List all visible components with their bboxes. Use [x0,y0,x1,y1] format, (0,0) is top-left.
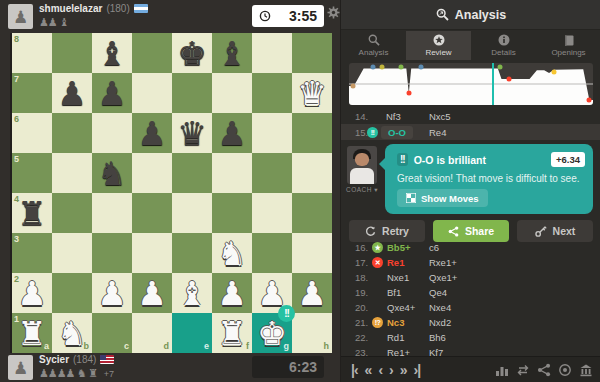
tab-openings[interactable]: Openings [536,31,600,60]
board-square-g1[interactable]: g♚!! [252,313,292,353]
panel-title: Analysis [455,8,506,22]
opponent-clock: 3:55 [252,5,324,27]
rank-label: 2 [14,275,19,284]
graph-dot-great[interactable] [371,65,376,70]
first-move-button[interactable]: |‹ [351,363,358,377]
move-number: 19. [355,287,368,298]
player-clock: 6:23 [252,356,324,378]
player-captured-pieces: ♟♟♟♟ ♞ ♜ [39,367,97,380]
board-square-b4[interactable] [52,193,92,233]
move-row: 22.Rd1Bh6 [341,330,600,345]
black-move[interactable]: c6 [429,242,439,253]
board-square-e4[interactable] [172,193,212,233]
file-label: d [164,342,170,351]
board-square-g4[interactable] [252,193,292,233]
black-bishop: ♝ [212,33,252,73]
board-square-e8[interactable]: ♚ [172,33,212,73]
black-pawn: ♟ [132,113,172,153]
file-label: b [84,342,90,351]
board-square-e7[interactable] [172,73,212,113]
coach-avatar[interactable] [347,146,377,184]
stats-icon[interactable] [495,363,509,377]
coach-title: O-O is brilliant [414,154,486,166]
next-button[interactable]: Next [517,220,593,242]
move-number: 23. [355,347,368,356]
white-bishop: ♝ [172,273,212,313]
move-number: 22. [355,332,368,343]
opponent-avatar[interactable]: ♟ [8,4,33,29]
rank-label: 6 [14,115,19,124]
file-label: f [246,342,249,351]
board-square-d5[interactable] [132,153,172,193]
white-move[interactable]: Nxe1 [387,272,409,283]
white-knight: ♞ [212,233,252,273]
graph-dot-inaccuracy[interactable] [551,70,556,75]
move-row: 16.★Bb5+c6 [341,240,600,255]
graph-dot-blunder[interactable] [406,91,411,96]
black-knight: ♞ [92,153,132,193]
board-square-c2[interactable]: ♟ [92,273,132,313]
rank-label: 1 [14,315,19,324]
chess-analysis-app: ♟ shmuelelazar (180) ♟♟ ♝ 3:55 8♝♚♝7♟♟♛6… [0,0,600,382]
graph-dot-blunder[interactable] [506,76,511,81]
white-move[interactable]: Nc3 [387,317,404,328]
chess-board[interactable]: 8♝♚♝7♟♟♛6♟♛♟5♞4♜3♞2♟♟♟♝♟♟♟1a♜b♞cdef♜g♚!!… [10,33,330,353]
board-square-a3[interactable]: 3 [12,233,52,273]
board-square-d3[interactable] [132,233,172,273]
tab-analysis[interactable]: Analysis [341,31,406,60]
board-square-a1[interactable]: 1a♜ [12,313,52,353]
move-number: 18. [355,272,368,283]
move-row: 14.Nf3Nxc5 [341,108,600,124]
board-square-a2[interactable]: 2♟ [12,273,52,313]
black-pawn: ♟ [52,73,92,113]
board-square-h7[interactable]: ♛ [292,73,332,113]
board-square-f6[interactable]: ♟ [212,113,252,153]
star-circle-icon [433,34,445,46]
black-move[interactable]: Re4 [429,127,446,138]
board-square-h5[interactable] [292,153,332,193]
action-buttons: Retry Share Next [349,220,593,242]
black-bishop: ♝ [92,33,132,73]
board-square-d4[interactable] [132,193,172,233]
move-row: 23.Re1+Kf7 [341,345,600,356]
board-square-a5[interactable]: 5 [12,153,52,193]
move-row: 18.Nxe1Qxe1+ [341,270,600,285]
board-square-d6[interactable]: ♟ [132,113,172,153]
board-square-g8[interactable] [252,33,292,73]
board-square-h8[interactable] [292,33,332,73]
board-square-g7[interactable] [252,73,292,113]
board-square-c4[interactable] [92,193,132,233]
utility-icons [495,363,593,377]
board-square-g3[interactable] [252,233,292,273]
board-square-h2[interactable]: ♟ [292,273,332,313]
graph-dot-great[interactable] [418,65,423,70]
usa-flag-icon [100,355,114,364]
playback-bar: |‹«‹›»›| [341,356,600,382]
board-square-b1[interactable]: b♞ [52,313,92,353]
black-move[interactable]: Bh6 [429,332,446,343]
black-king: ♚ [172,33,212,73]
board-square-c1[interactable]: c [92,313,132,353]
board-square-b7[interactable]: ♟ [52,73,92,113]
flip-board-icon[interactable] [516,363,530,377]
move-number: 17. [355,257,368,268]
coach-section: COACH ▾ !! O-O is brilliant +6.34 Great … [341,144,600,216]
rank-label: 4 [14,195,19,204]
board-square-f1[interactable]: f♜ [212,313,252,353]
coach-message: Great vision! That move is difficult to … [397,173,580,184]
player-avatar[interactable]: ♟ [8,355,33,380]
book-icon [563,34,575,46]
move-number: 21. [355,317,368,328]
graph-cursor[interactable] [492,63,494,105]
mini-board-icon [406,193,416,203]
black-move[interactable]: Nxe4 [429,302,451,313]
graph-dot-book[interactable] [350,84,355,89]
rank-label: 5 [14,155,19,164]
rank-label: 7 [14,75,19,84]
white-move[interactable]: Nf3 [386,111,401,122]
board-square-g6[interactable] [252,113,292,153]
move-classification-icon: ✕ [372,257,383,268]
board-square-a4[interactable]: 4♜ [12,193,52,233]
previous-move-button[interactable]: ‹ [378,363,382,377]
board-square-a6[interactable]: 6 [12,113,52,153]
board-square-e6[interactable]: ♛ [172,113,212,153]
argentina-flag-icon [134,4,148,13]
board-square-f4[interactable] [212,193,252,233]
move-number: 14. [355,111,368,122]
white-move[interactable]: Qxe4+ [387,302,415,313]
share-icon [448,226,459,237]
move-row: 21.!?Nc3Nxd2 [341,315,600,330]
library-icon[interactable] [579,363,593,377]
board-square-f8[interactable]: ♝ [212,33,252,73]
analysis-panel: Analysis AnalysisReviewDetailsOpenings 1… [340,0,600,382]
white-move[interactable]: Bf1 [387,287,401,298]
rank-label: 8 [14,35,19,44]
move-number: 20. [355,302,368,313]
opponent-rating: (180) [106,3,129,14]
player-bar: ♟ Sycier (184) ♟♟♟♟ ♞ ♜ +7 6:23 [0,352,340,382]
retry-icon [365,226,376,237]
move-nav-controls: |‹«‹›»›| [351,363,420,377]
retry-button[interactable]: Retry [349,220,425,242]
graph-dot-blunder[interactable] [587,97,592,102]
clock-icon [259,10,271,22]
panel-tabs: AnalysisReviewDetailsOpenings [341,31,600,60]
opponent-name[interactable]: shmuelelazar [39,3,102,14]
graph-dot-good[interactable] [379,65,384,70]
move-number: 16. [355,242,368,253]
black-pawn: ♟ [212,113,252,153]
evaluation-graph[interactable] [349,63,593,105]
info-icon [498,34,510,46]
last-move-button[interactable]: ›| [414,363,421,377]
magnifier-icon [368,34,380,46]
board-square-g5[interactable] [252,153,292,193]
board-square-f7[interactable] [212,73,252,113]
settings-gear-icon[interactable] [327,6,340,19]
move-list: 16.★Bb5+c617.✕Re1Rxe1+18.Nxe1Qxe1+19.Bf1… [341,240,600,356]
player-name[interactable]: Sycier [39,354,69,365]
brilliant-icon: !! [397,153,408,166]
board-square-b8[interactable] [52,33,92,73]
player-clock-time: 6:23 [289,359,317,375]
panel-header: Analysis [341,0,600,30]
forward-fast-button[interactable]: » [400,363,407,377]
opponent-captured-pieces: ♟♟ ♝ [39,16,68,29]
board-square-h1[interactable]: h [292,313,332,353]
white-move[interactable]: Re1 [387,257,404,268]
board-square-c3[interactable] [92,233,132,273]
file-label: e [204,342,209,351]
board-square-h6[interactable] [292,113,332,153]
move-row: 19.Bf1Qe4 [341,285,600,300]
black-queen: ♛ [172,113,212,153]
graph-dot-best[interactable] [498,65,503,70]
tab-details[interactable]: Details [471,31,536,60]
file-label: a [44,342,49,351]
material-advantage: +7 [104,369,114,379]
move-row: 15.!!O-ORe4 [341,124,600,140]
board-square-e5[interactable] [172,153,212,193]
black-move[interactable]: Rxe1+ [429,257,457,268]
back-fast-button[interactable]: « [365,363,372,377]
white-pawn: ♟ [292,273,332,313]
white-move[interactable]: Bb5+ [387,242,411,253]
white-queen: ♛ [292,73,332,113]
move-row: 17.✕Re1Rxe1+ [341,255,600,270]
eval-score-badge: +6.34 [551,152,585,167]
board-square-h4[interactable] [292,193,332,233]
key-icon [535,226,547,237]
board-square-d1[interactable]: d [132,313,172,353]
black-move[interactable]: Qe4 [429,287,447,298]
board-square-c5[interactable]: ♞ [92,153,132,193]
board-square-d7[interactable] [132,73,172,113]
white-pawn: ♟ [212,273,252,313]
black-move[interactable]: Kf7 [429,347,443,356]
board-square-b3[interactable] [52,233,92,273]
file-label: h [324,342,330,351]
file-label: g [284,342,290,351]
black-move[interactable]: Nxd2 [429,317,451,328]
next-move-button[interactable]: › [389,363,393,377]
opponent-clock-time: 3:55 [289,8,317,24]
board-square-e2[interactable]: ♝ [172,273,212,313]
board-square-c8[interactable]: ♝ [92,33,132,73]
board-square-c6[interactable] [92,113,132,153]
board-square-a8[interactable]: 8 [12,33,52,73]
move-classification-icon: !? [372,317,383,328]
board-square-f2[interactable]: ♟ [212,273,252,313]
board-square-d2[interactable]: ♟ [132,273,172,313]
board-square-a7[interactable]: 7 [12,73,52,113]
brilliant-move-badge: !! [278,305,295,322]
white-pawn: ♟ [132,273,172,313]
coach-label[interactable]: COACH ▾ [341,186,383,194]
move-classification-icon: ★ [372,242,383,253]
board-square-b6[interactable] [52,113,92,153]
board-square-h3[interactable] [292,233,332,273]
black-move[interactable]: Qxe1+ [429,272,457,283]
move-row: 20.Qxe4+Nxe4 [341,300,600,315]
tab-review[interactable]: Review [406,31,471,60]
graph-dot-best[interactable] [399,65,404,70]
board-square-f3[interactable]: ♞ [212,233,252,273]
white-move[interactable]: Re1+ [387,347,410,356]
board-square-b2[interactable] [52,273,92,313]
show-moves-button[interactable]: Show Moves [397,189,488,207]
board-square-e1[interactable]: e [172,313,212,353]
game-pane: ♟ shmuelelazar (180) ♟♟ ♝ 3:55 8♝♚♝7♟♟♛6… [0,0,340,382]
board-square-b5[interactable] [52,153,92,193]
black-pawn: ♟ [92,73,132,113]
file-label: c [124,342,129,351]
board-square-d8[interactable] [132,33,172,73]
black-move[interactable]: Nxc5 [429,111,451,122]
board-square-c7[interactable]: ♟ [92,73,132,113]
board-square-e3[interactable] [172,233,212,273]
record-icon[interactable] [558,363,572,377]
rank-label: 3 [14,235,19,244]
player-rating: (184) [73,354,96,365]
coach-bubble: !! O-O is brilliant +6.34 Great vision! … [385,144,593,214]
board-square-f5[interactable] [212,153,252,193]
white-move[interactable]: Rd1 [387,332,404,343]
white-pawn: ♟ [92,273,132,313]
current-move-rows: 14.Nf3Nxc515.!!O-ORe4 [341,108,600,140]
white-move[interactable]: O-O [381,126,413,139]
magnifier-icon [436,8,449,21]
share-button[interactable]: Share [433,220,509,242]
opponent-bar: ♟ shmuelelazar (180) ♟♟ ♝ 3:55 [0,0,340,32]
share-icon[interactable] [537,363,551,377]
brilliant-icon: !! [367,127,378,138]
